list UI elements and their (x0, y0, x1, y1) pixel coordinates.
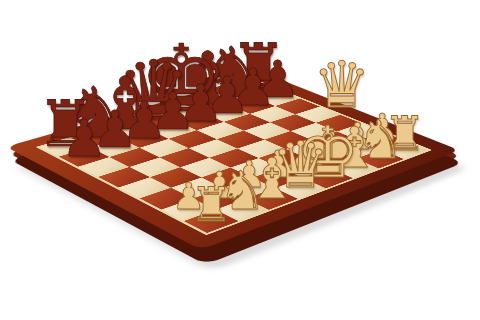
chess-set-photo: ♜♞♝♛♚♝♞♜♟♟♟♟♟♟♟♟♟♟♟♟♟♟♟♟♜♞♝♛♚♝♞♜♛ (0, 0, 480, 320)
piece-white-rook-a1[interactable]: ♜ (190, 181, 232, 228)
piece-white-queen-extra[interactable]: ♛ (313, 53, 370, 117)
pieces-layer: ♜♞♝♛♚♝♞♜♟♟♟♟♟♟♟♟♟♟♟♟♟♟♟♟♜♞♝♛♚♝♞♜♛ (0, 0, 480, 320)
piece-black-pawn-a7[interactable]: ♟ (61, 113, 107, 164)
